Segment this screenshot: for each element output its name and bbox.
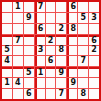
cell-r7c6-given: 9 — [56, 67, 66, 77]
cell-r6c8-given: 7 — [78, 56, 88, 66]
cell-r1c1-empty[interactable] — [2, 2, 12, 12]
cell-r9c5-empty[interactable] — [46, 89, 56, 99]
cell-r8c9-empty[interactable] — [89, 78, 99, 88]
cell-r6c4-empty[interactable] — [35, 56, 45, 66]
cell-r1c6-empty[interactable] — [56, 2, 66, 12]
cell-r4c6-empty[interactable] — [56, 35, 66, 45]
cell-r8c3-empty[interactable] — [24, 78, 34, 88]
cell-r3c7-given: 8 — [67, 24, 77, 34]
cell-r4c3-empty[interactable] — [24, 35, 34, 45]
cell-r3c9-empty[interactable] — [89, 24, 99, 34]
cell-r6c2-empty[interactable] — [13, 56, 23, 66]
cell-r4c2-given: 7 — [13, 35, 23, 45]
cell-r9c3-given: 6 — [24, 89, 34, 99]
cell-r3c8-empty[interactable] — [78, 24, 88, 34]
cell-r9c4-empty[interactable] — [35, 89, 45, 99]
cell-r9c8-given: 8 — [78, 89, 88, 99]
cell-r4c7-empty[interactable] — [67, 35, 77, 45]
cell-r2c8-given: 5 — [78, 13, 88, 23]
cell-r7c2-empty[interactable] — [13, 67, 23, 77]
cell-r5c6-given: 8 — [56, 46, 66, 56]
cell-r8c7-given: 9 — [67, 78, 77, 88]
cell-r6c3-empty[interactable] — [24, 56, 34, 66]
cell-r1c4-given: 7 — [35, 2, 45, 12]
cell-r5c1-given: 5 — [2, 46, 12, 56]
cell-r6c6-empty[interactable] — [56, 56, 66, 66]
cell-r6c7-empty[interactable] — [67, 56, 77, 66]
cell-r6c1-given: 4 — [2, 56, 12, 66]
cell-r2c1-empty[interactable] — [2, 13, 12, 23]
cell-r1c3-empty[interactable] — [24, 2, 34, 12]
cell-r9c6-given: 7 — [56, 89, 66, 99]
cell-r7c5-empty[interactable] — [46, 67, 56, 77]
cell-r1c7-given: 6 — [67, 2, 77, 12]
cell-r3c5-empty[interactable] — [46, 24, 56, 34]
cell-r8c2-given: 4 — [13, 78, 23, 88]
cell-r4c5-given: 2 — [46, 35, 56, 45]
cell-r2c7-empty[interactable] — [67, 13, 77, 23]
cell-r7c7-empty[interactable] — [67, 67, 77, 77]
cell-r1c5-empty[interactable] — [46, 2, 56, 12]
cell-r3c1-empty[interactable] — [2, 24, 12, 34]
cell-r2c4-empty[interactable] — [35, 13, 45, 23]
cell-r7c8-empty[interactable] — [78, 67, 88, 77]
cell-r7c9-empty[interactable] — [89, 67, 99, 77]
cell-r9c2-empty[interactable] — [13, 89, 23, 99]
cell-r9c1-empty[interactable] — [2, 89, 12, 99]
cell-r5c2-empty[interactable] — [13, 46, 23, 56]
cell-r3c3-empty[interactable] — [24, 24, 34, 34]
cell-r7c4-given: 1 — [35, 67, 45, 77]
cell-r4c1-empty[interactable] — [2, 35, 12, 45]
cell-r8c5-empty[interactable] — [46, 78, 56, 88]
cell-r9c9-empty[interactable] — [89, 89, 99, 99]
cell-r1c9-empty[interactable] — [89, 2, 99, 12]
cell-r2c9-given: 3 — [89, 13, 99, 23]
cell-r1c2-given: 1 — [13, 2, 23, 12]
cell-r7c3-given: 5 — [24, 67, 34, 77]
cell-r8c8-empty[interactable] — [78, 78, 88, 88]
cell-r5c9-given: 2 — [89, 46, 99, 56]
cell-r5c4-given: 3 — [35, 46, 45, 56]
cell-r4c4-empty[interactable] — [35, 35, 45, 45]
cell-r4c8-empty[interactable] — [78, 35, 88, 45]
cell-r2c2-empty[interactable] — [13, 13, 23, 23]
cell-r7c1-empty[interactable] — [2, 67, 12, 77]
cell-r2c3-given: 9 — [24, 13, 34, 23]
cell-r2c5-empty[interactable] — [46, 13, 56, 23]
cell-r5c8-empty[interactable] — [78, 46, 88, 56]
cell-r6c5-given: 6 — [46, 56, 56, 66]
cell-r1c8-empty[interactable] — [78, 2, 88, 12]
cell-r2c6-empty[interactable] — [56, 13, 66, 23]
cell-r3c2-empty[interactable] — [13, 24, 23, 34]
cell-r6c9-empty[interactable] — [89, 56, 99, 66]
cell-r5c5-empty[interactable] — [46, 46, 56, 56]
cell-r8c1-given: 1 — [2, 78, 12, 88]
cell-r3c4-given: 6 — [35, 24, 45, 34]
cell-r5c3-empty[interactable] — [24, 46, 34, 56]
sudoku-board: 1769536287265382467519149678 — [0, 0, 101, 101]
cell-r8c4-empty[interactable] — [35, 78, 45, 88]
cell-r4c9-given: 6 — [89, 35, 99, 45]
cell-r5c7-empty[interactable] — [67, 46, 77, 56]
cell-r8c6-empty[interactable] — [56, 78, 66, 88]
cell-r3c6-given: 2 — [56, 24, 66, 34]
cell-r9c7-empty[interactable] — [67, 89, 77, 99]
